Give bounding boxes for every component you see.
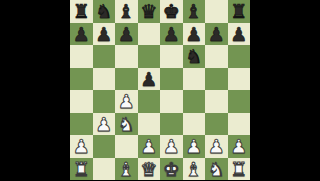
square-f7[interactable]: ♟ bbox=[183, 23, 206, 46]
square-c6[interactable] bbox=[115, 45, 138, 68]
piece-white-pawn[interactable]: ♟ bbox=[208, 135, 225, 158]
square-b8[interactable]: ♞ bbox=[93, 0, 116, 23]
square-b6[interactable] bbox=[93, 45, 116, 68]
square-h8[interactable]: ♜ bbox=[228, 0, 251, 23]
square-d7[interactable] bbox=[138, 23, 161, 46]
square-d6[interactable] bbox=[138, 45, 161, 68]
piece-white-pawn[interactable]: ♟ bbox=[140, 135, 157, 158]
letterbox-right bbox=[250, 0, 320, 180]
square-h1[interactable]: ♜ bbox=[228, 158, 251, 181]
piece-black-knight[interactable]: ♞ bbox=[95, 0, 112, 23]
piece-white-bishop[interactable]: ♝ bbox=[118, 158, 135, 181]
piece-white-knight[interactable]: ♞ bbox=[118, 113, 135, 136]
square-g5[interactable] bbox=[205, 68, 228, 91]
square-g4[interactable] bbox=[205, 90, 228, 113]
piece-black-bishop[interactable]: ♝ bbox=[118, 0, 135, 23]
square-g8[interactable] bbox=[205, 0, 228, 23]
piece-white-bishop[interactable]: ♝ bbox=[185, 158, 202, 181]
square-a2[interactable]: ♟ bbox=[70, 135, 93, 158]
square-e6[interactable] bbox=[160, 45, 183, 68]
square-h3[interactable] bbox=[228, 113, 251, 136]
square-c5[interactable] bbox=[115, 68, 138, 91]
piece-white-pawn[interactable]: ♟ bbox=[95, 113, 112, 136]
square-c2[interactable] bbox=[115, 135, 138, 158]
piece-white-king[interactable]: ♚ bbox=[163, 158, 180, 181]
piece-white-knight[interactable]: ♞ bbox=[208, 158, 225, 181]
square-a8[interactable]: ♜ bbox=[70, 0, 93, 23]
square-a1[interactable]: ♜ bbox=[70, 158, 93, 181]
square-h4[interactable] bbox=[228, 90, 251, 113]
square-e1[interactable]: ♚ bbox=[160, 158, 183, 181]
square-c3[interactable]: ♞ bbox=[115, 113, 138, 136]
square-a5[interactable] bbox=[70, 68, 93, 91]
square-f2[interactable]: ♟ bbox=[183, 135, 206, 158]
square-a4[interactable] bbox=[70, 90, 93, 113]
square-f3[interactable] bbox=[183, 113, 206, 136]
square-d4[interactable] bbox=[138, 90, 161, 113]
square-d3[interactable] bbox=[138, 113, 161, 136]
piece-black-pawn[interactable]: ♟ bbox=[140, 68, 157, 91]
square-d5[interactable]: ♟ bbox=[138, 68, 161, 91]
square-a3[interactable] bbox=[70, 113, 93, 136]
piece-black-pawn[interactable]: ♟ bbox=[208, 23, 225, 46]
square-g7[interactable]: ♟ bbox=[205, 23, 228, 46]
square-b4[interactable] bbox=[93, 90, 116, 113]
piece-black-pawn[interactable]: ♟ bbox=[163, 23, 180, 46]
square-b1[interactable] bbox=[93, 158, 116, 181]
square-g3[interactable] bbox=[205, 113, 228, 136]
piece-black-queen[interactable]: ♛ bbox=[140, 0, 157, 23]
screenshot-root: ♜♞♝♛♚♝♜♟♟♟♟♟♟♟♞♟♟♟♞♟♟♟♟♟♟♜♝♛♚♝♞♜ bbox=[0, 0, 320, 180]
piece-black-pawn[interactable]: ♟ bbox=[73, 23, 90, 46]
square-d1[interactable]: ♛ bbox=[138, 158, 161, 181]
piece-black-pawn[interactable]: ♟ bbox=[185, 23, 202, 46]
piece-white-queen[interactable]: ♛ bbox=[140, 158, 157, 181]
square-f8[interactable]: ♝ bbox=[183, 0, 206, 23]
piece-black-pawn[interactable]: ♟ bbox=[95, 23, 112, 46]
square-d8[interactable]: ♛ bbox=[138, 0, 161, 23]
square-h6[interactable] bbox=[228, 45, 251, 68]
square-b3[interactable]: ♟ bbox=[93, 113, 116, 136]
square-b7[interactable]: ♟ bbox=[93, 23, 116, 46]
piece-white-pawn[interactable]: ♟ bbox=[163, 135, 180, 158]
square-g6[interactable] bbox=[205, 45, 228, 68]
square-e4[interactable] bbox=[160, 90, 183, 113]
piece-white-pawn[interactable]: ♟ bbox=[73, 135, 90, 158]
piece-black-knight[interactable]: ♞ bbox=[185, 45, 202, 68]
piece-white-pawn[interactable]: ♟ bbox=[118, 90, 135, 113]
square-h5[interactable] bbox=[228, 68, 251, 91]
square-h7[interactable]: ♟ bbox=[228, 23, 251, 46]
square-c8[interactable]: ♝ bbox=[115, 0, 138, 23]
piece-black-bishop[interactable]: ♝ bbox=[185, 0, 202, 23]
square-g2[interactable]: ♟ bbox=[205, 135, 228, 158]
square-c1[interactable]: ♝ bbox=[115, 158, 138, 181]
square-e3[interactable] bbox=[160, 113, 183, 136]
square-f6[interactable]: ♞ bbox=[183, 45, 206, 68]
chess-board[interactable]: ♜♞♝♛♚♝♜♟♟♟♟♟♟♟♞♟♟♟♞♟♟♟♟♟♟♜♝♛♚♝♞♜ bbox=[70, 0, 250, 180]
square-e2[interactable]: ♟ bbox=[160, 135, 183, 158]
square-f4[interactable] bbox=[183, 90, 206, 113]
square-b2[interactable] bbox=[93, 135, 116, 158]
square-f5[interactable] bbox=[183, 68, 206, 91]
letterbox-left bbox=[0, 0, 70, 180]
piece-black-rook[interactable]: ♜ bbox=[230, 0, 247, 23]
square-g1[interactable]: ♞ bbox=[205, 158, 228, 181]
piece-white-pawn[interactable]: ♟ bbox=[185, 135, 202, 158]
square-b5[interactable] bbox=[93, 68, 116, 91]
square-a6[interactable] bbox=[70, 45, 93, 68]
square-a7[interactable]: ♟ bbox=[70, 23, 93, 46]
square-e8[interactable]: ♚ bbox=[160, 0, 183, 23]
square-f1[interactable]: ♝ bbox=[183, 158, 206, 181]
square-h2[interactable]: ♟ bbox=[228, 135, 251, 158]
piece-black-pawn[interactable]: ♟ bbox=[230, 23, 247, 46]
square-c4[interactable]: ♟ bbox=[115, 90, 138, 113]
piece-white-pawn[interactable]: ♟ bbox=[230, 135, 247, 158]
piece-black-pawn[interactable]: ♟ bbox=[118, 23, 135, 46]
piece-white-rook[interactable]: ♜ bbox=[73, 158, 90, 181]
piece-black-rook[interactable]: ♜ bbox=[73, 0, 90, 23]
square-e7[interactable]: ♟ bbox=[160, 23, 183, 46]
square-e5[interactable] bbox=[160, 68, 183, 91]
square-d2[interactable]: ♟ bbox=[138, 135, 161, 158]
square-c7[interactable]: ♟ bbox=[115, 23, 138, 46]
piece-white-rook[interactable]: ♜ bbox=[230, 158, 247, 181]
piece-black-king[interactable]: ♚ bbox=[163, 0, 180, 23]
